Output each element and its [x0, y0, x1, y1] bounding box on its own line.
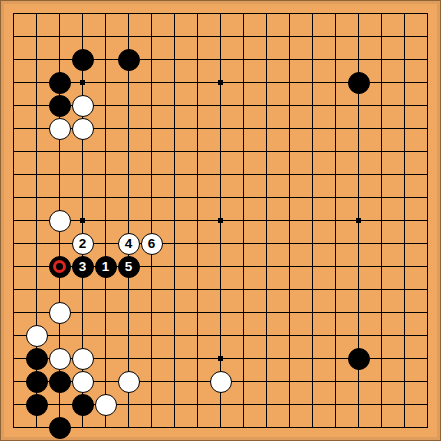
grid-line-vertical: [427, 13, 429, 429]
black-stone: [72, 394, 94, 416]
star-point: [218, 80, 223, 85]
grid-line-vertical: [312, 13, 314, 429]
black-stone: [49, 95, 71, 117]
move-number-label: 3: [73, 257, 93, 277]
black-stone: [49, 371, 71, 393]
star-point: [218, 356, 223, 361]
move-number-label: 5: [119, 257, 139, 277]
white-stone: [72, 348, 94, 370]
white-stone-move-6: 6: [141, 233, 163, 255]
white-stone: [49, 210, 71, 232]
circle-mark-icon: [53, 260, 66, 273]
grid-line-horizontal: [13, 335, 429, 337]
grid-line-vertical: [404, 13, 406, 429]
star-point: [218, 218, 223, 223]
white-stone: [49, 118, 71, 140]
white-stone: [118, 371, 140, 393]
black-stone: [348, 348, 370, 370]
black-stone: [26, 348, 48, 370]
black-stone: [348, 72, 370, 94]
black-stone-move-1: 1: [95, 256, 117, 278]
white-stone: [49, 348, 71, 370]
marked-black-stone: [49, 256, 71, 278]
white-stone: [210, 371, 232, 393]
black-stone: [26, 394, 48, 416]
grid-line-vertical: [381, 13, 383, 429]
white-stone: [49, 302, 71, 324]
black-stone: [26, 371, 48, 393]
grid-line-vertical: [289, 13, 291, 429]
white-stone: [72, 95, 94, 117]
white-stone: [72, 371, 94, 393]
white-stone: [72, 118, 94, 140]
grid-line-vertical: [335, 13, 337, 429]
black-stone-move-3: 3: [72, 256, 94, 278]
star-point: [80, 80, 85, 85]
grid-line-vertical: [266, 13, 268, 429]
move-number-label: 4: [119, 234, 139, 254]
grid-line-vertical: [243, 13, 245, 429]
move-number-label: 6: [142, 234, 162, 254]
black-stone: [49, 72, 71, 94]
white-stone: [95, 394, 117, 416]
move-number-label: 1: [96, 257, 116, 277]
black-stone: [72, 49, 94, 71]
black-stone: [49, 417, 71, 439]
move-number-label: 2: [73, 234, 93, 254]
white-stone: [26, 325, 48, 347]
white-stone-move-4: 4: [118, 233, 140, 255]
go-board[interactable]: 246315: [0, 0, 441, 441]
grid-line-horizontal: [13, 289, 429, 291]
grid-line-horizontal: [13, 427, 429, 429]
star-point: [80, 218, 85, 223]
white-stone-move-2: 2: [72, 233, 94, 255]
star-point: [356, 218, 361, 223]
black-stone: [118, 49, 140, 71]
grid-line-horizontal: [13, 312, 429, 314]
black-stone-move-5: 5: [118, 256, 140, 278]
